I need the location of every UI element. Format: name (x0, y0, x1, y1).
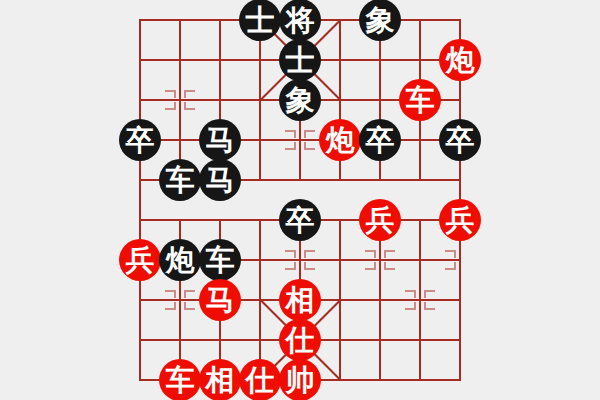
position-marker (285, 250, 296, 258)
black-soldier-piece[interactable]: 卒 (359, 119, 401, 161)
position-marker (304, 262, 315, 270)
position-marker (445, 262, 456, 270)
red-chariot-piece[interactable]: 车 (399, 79, 441, 121)
position-marker (285, 130, 296, 138)
position-marker (405, 302, 416, 310)
black-chariot-piece[interactable]: 车 (199, 239, 241, 281)
red-horse-piece[interactable]: 马 (199, 279, 241, 321)
red-advisor-piece[interactable]: 仕 (239, 359, 281, 400)
position-marker (304, 250, 315, 258)
black-horse-piece[interactable]: 马 (199, 159, 241, 201)
red-elephant-piece[interactable]: 相 (199, 359, 241, 400)
black-horse-piece[interactable]: 马 (199, 119, 241, 161)
position-marker (304, 142, 315, 150)
position-marker (304, 130, 315, 138)
position-marker (184, 302, 195, 310)
position-marker (424, 302, 435, 310)
black-elephant-piece[interactable]: 象 (359, 0, 401, 41)
position-marker (184, 290, 195, 298)
black-soldier-piece[interactable]: 卒 (279, 199, 321, 241)
position-marker (424, 290, 435, 298)
black-chariot-piece[interactable]: 车 (159, 159, 201, 201)
position-marker (445, 250, 456, 258)
black-soldier-piece[interactable]: 卒 (439, 119, 481, 161)
position-marker (405, 290, 416, 298)
position-marker (184, 90, 195, 98)
black-elephant-piece[interactable]: 象 (279, 79, 321, 121)
position-marker (365, 250, 376, 258)
board-file-line (179, 19, 181, 181)
position-marker (285, 262, 296, 270)
black-advisor-piece[interactable]: 士 (239, 0, 281, 41)
xiangqi-board: 士将象士炮象车卒马炮卒卒车马卒兵兵兵炮车马相仕车相仕帅 (0, 0, 600, 400)
red-cannon-piece[interactable]: 炮 (319, 119, 361, 161)
red-cannon-piece[interactable]: 炮 (439, 39, 481, 81)
position-marker (384, 250, 395, 258)
red-soldier-piece[interactable]: 兵 (439, 199, 481, 241)
position-marker (165, 290, 176, 298)
board-file-line (139, 19, 141, 381)
position-marker (365, 262, 376, 270)
position-marker (165, 302, 176, 310)
board-file-line (379, 219, 381, 381)
red-advisor-piece[interactable]: 仕 (279, 319, 321, 361)
black-cannon-piece[interactable]: 炮 (159, 239, 201, 281)
position-marker (184, 102, 195, 110)
position-marker (384, 262, 395, 270)
red-soldier-piece[interactable]: 兵 (359, 199, 401, 241)
red-elephant-piece[interactable]: 相 (279, 279, 321, 321)
black-general-piece[interactable]: 将 (279, 0, 321, 41)
position-marker (285, 142, 296, 150)
board-file-line (419, 219, 421, 381)
red-chariot-piece[interactable]: 车 (159, 359, 201, 400)
red-soldier-piece[interactable]: 兵 (119, 239, 161, 281)
position-marker (165, 90, 176, 98)
black-soldier-piece[interactable]: 卒 (119, 119, 161, 161)
position-marker (165, 102, 176, 110)
red-general-piece[interactable]: 帅 (279, 359, 321, 400)
black-advisor-piece[interactable]: 士 (279, 39, 321, 81)
